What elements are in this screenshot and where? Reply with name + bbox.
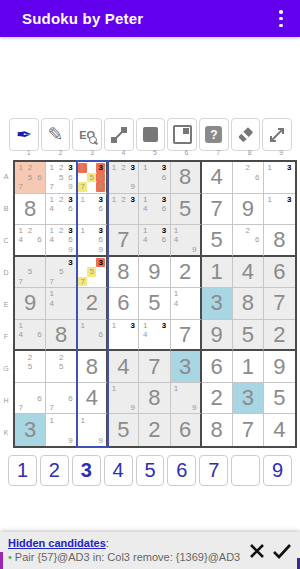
- kebab-menu-icon[interactable]: [272, 8, 290, 29]
- cell-F8[interactable]: 5: [233, 320, 264, 352]
- numpad-empty[interactable]: [231, 455, 260, 486]
- pencil-mark: 3: [284, 195, 294, 205]
- digit: 7: [171, 320, 200, 350]
- pencil-mark: 4: [172, 299, 181, 309]
- check-candidates-button[interactable]: EQ: [72, 118, 102, 151]
- pencil-marks: 13: [109, 321, 137, 349]
- eraser-tool-button[interactable]: [231, 118, 261, 151]
- pencil-mark: 5: [87, 173, 96, 183]
- pencil-mark: 1: [109, 195, 118, 205]
- pencil-mark: 3: [128, 321, 137, 330]
- cell-F2[interactable]: 8: [46, 320, 77, 352]
- hint-tool-button[interactable]: ?: [199, 118, 229, 151]
- cell-C4[interactable]: 7: [108, 225, 139, 257]
- cell-C5[interactable]: 1346: [139, 225, 170, 257]
- digit: 8: [233, 288, 263, 319]
- pencil-mark: 9: [66, 244, 75, 253]
- cell-G2[interactable]: 25: [46, 351, 77, 383]
- col-label-6: 6: [171, 149, 203, 156]
- pencil-mark: 5: [56, 267, 65, 277]
- row-label-G: G: [0, 352, 12, 384]
- pencil-mark: 9: [66, 182, 75, 192]
- cell-B7[interactable]: 7: [202, 194, 233, 226]
- numpad-6[interactable]: 6: [167, 455, 196, 486]
- row-label-D: D: [0, 256, 12, 288]
- cell-D3[interactable]: 357: [77, 257, 108, 289]
- cell-K9[interactable]: 4: [264, 414, 295, 446]
- pencil-mark: 4: [47, 299, 56, 309]
- pencil-mark: 1: [172, 289, 181, 299]
- pencil-mark: 6: [159, 173, 168, 183]
- cell-E5[interactable]: 5: [139, 288, 170, 320]
- title-bar: Sudoku by Peter: [0, 0, 300, 37]
- fountain-pen-icon: ✒: [16, 125, 32, 144]
- pencil-mark: 9: [96, 435, 105, 445]
- numpad-2[interactable]: 2: [40, 455, 69, 486]
- pencil-mark: 1: [109, 321, 118, 330]
- cell-K1[interactable]: 3: [15, 414, 46, 446]
- cell-A3[interactable]: 135679: [77, 162, 108, 194]
- pencil-mark: 3: [66, 258, 75, 268]
- pencil-mark: 1: [47, 226, 56, 235]
- pencil-marks: 16: [78, 321, 105, 349]
- column-labels: 123456789: [13, 149, 297, 156]
- cell-C3[interactable]: 1369: [77, 225, 108, 257]
- digit: 6: [202, 351, 232, 382]
- row-labels: ABCDEFGHK: [0, 160, 12, 448]
- digit: 7: [202, 194, 232, 225]
- pencil-mark: 4: [47, 204, 56, 214]
- pencil-marks: 357: [47, 258, 75, 287]
- digit: 2: [77, 288, 106, 319]
- cell-F6[interactable]: 7: [171, 320, 202, 352]
- cell-G4[interactable]: 4: [108, 351, 139, 383]
- pencil-marks: 67: [16, 384, 44, 413]
- pencil-mark: 6: [96, 235, 105, 244]
- pencil-mark: 3: [128, 195, 137, 205]
- pencil-marks: 123: [109, 195, 137, 224]
- cell-H1[interactable]: 67: [15, 383, 46, 415]
- digit: 8: [108, 257, 138, 288]
- pencil-mark: 2: [56, 195, 65, 205]
- pencil-mark: 4: [140, 204, 149, 214]
- pencil-mark: 1: [172, 226, 181, 235]
- col-label-3: 3: [76, 149, 108, 156]
- cell-E8[interactable]: 8: [233, 288, 264, 320]
- pencil-mark: 1: [78, 226, 87, 235]
- cell-D9[interactable]: 6: [264, 257, 295, 289]
- pencil-mark: 4: [172, 235, 181, 244]
- pencil-mark: 1: [16, 321, 25, 330]
- cell-G6[interactable]: 3: [171, 351, 202, 383]
- cell-H9[interactable]: 5: [264, 383, 295, 415]
- cell-A9[interactable]: 13: [264, 162, 295, 194]
- cell-F1[interactable]: 146: [15, 320, 46, 352]
- pencil-mark: 3: [128, 163, 137, 173]
- cell-H2[interactable]: 67: [46, 383, 77, 415]
- pencil-marks: 14: [47, 289, 75, 318]
- pencil-mark: 6: [253, 173, 262, 183]
- cell-K8[interactable]: 7: [233, 414, 264, 446]
- hint-bullet: •: [8, 551, 12, 563]
- digit: 4: [108, 351, 138, 382]
- eq-magnifier-icon: EQ: [79, 129, 95, 141]
- pencil-mark: 3: [159, 226, 168, 235]
- filled-square-icon: [143, 127, 158, 142]
- pencil-mark: 2: [243, 163, 252, 173]
- digit: 6: [171, 414, 200, 446]
- pencil-mark: 2: [25, 163, 34, 173]
- cell-H4[interactable]: 19: [108, 383, 139, 415]
- pencil-marks: 12346: [47, 195, 75, 224]
- hint-colon: :: [106, 537, 109, 549]
- pencil-mark: 7: [16, 277, 25, 287]
- pencil-mark: 1: [78, 195, 87, 205]
- cell-C7[interactable]: 5: [202, 225, 233, 257]
- pencil-mark: 6: [66, 204, 75, 214]
- eraser-icon: [236, 125, 255, 144]
- digit: 9: [15, 288, 45, 319]
- pencil-mark: 7: [47, 277, 56, 287]
- cell-A6[interactable]: 8: [171, 162, 202, 194]
- col-label-9: 9: [265, 149, 297, 156]
- pencil-mark: 7: [78, 277, 87, 287]
- pencil-mark: 2: [243, 226, 252, 235]
- cell-A8[interactable]: 26: [233, 162, 264, 194]
- cell-K3[interactable]: 19: [77, 414, 108, 446]
- digit: 8: [77, 351, 106, 382]
- pencil-mark: 6: [35, 235, 44, 244]
- hint-message: Pair {57}@AD3 in: Col3 remove: {1369}@AD…: [15, 551, 240, 563]
- cell-B4[interactable]: 123: [108, 194, 139, 226]
- digit: 8: [139, 383, 169, 414]
- cell-H8[interactable]: 3: [233, 383, 264, 415]
- cell-H7[interactable]: 2: [202, 383, 233, 415]
- cell-H5[interactable]: 8: [139, 383, 170, 415]
- pencil-mark: 3: [159, 195, 168, 205]
- pencil-marks: 135679: [78, 163, 105, 192]
- pencil-tool-button[interactable]: ✎: [41, 118, 71, 151]
- pen-tool-button[interactable]: ✒: [9, 118, 39, 151]
- cell-G3[interactable]: 8: [77, 351, 108, 383]
- numpad-9[interactable]: 9: [263, 455, 292, 486]
- numpad-3[interactable]: 3: [72, 455, 101, 486]
- check-icon[interactable]: [270, 540, 294, 562]
- pencil-mark: 2: [56, 352, 65, 362]
- digit: 9: [202, 320, 232, 350]
- pencil-marks: 25: [47, 352, 75, 381]
- cell-B5[interactable]: 1346: [139, 194, 170, 226]
- cell-K4[interactable]: 5: [108, 414, 139, 446]
- pencil-mark: 4: [16, 330, 25, 339]
- toolbar: ✒ ✎ EQ ?: [9, 118, 292, 151]
- cell-E9[interactable]: 7: [264, 288, 295, 320]
- digit: 5: [233, 320, 263, 350]
- fullscreen-button[interactable]: [262, 118, 292, 151]
- digit: 8: [171, 162, 200, 193]
- digit: 8: [15, 194, 45, 225]
- cell-B8[interactable]: 9: [233, 194, 264, 226]
- cell-F5[interactable]: 134: [139, 320, 170, 352]
- pencil-mark: 3: [96, 258, 105, 268]
- digit: 4: [202, 162, 232, 193]
- pencil-mark: 1: [78, 415, 87, 425]
- row-label-H: H: [0, 384, 12, 416]
- pencil-icon: ✎: [48, 125, 64, 144]
- cell-A7[interactable]: 4: [202, 162, 233, 194]
- pencil-mark: 9: [190, 244, 199, 253]
- cell-F9[interactable]: 2: [264, 320, 295, 352]
- cell-D5[interactable]: 9: [139, 257, 170, 289]
- pencil-mark: 6: [35, 173, 44, 183]
- pencil-mark: 1: [47, 289, 56, 299]
- digit: 2: [171, 257, 200, 288]
- pencil-mark: 7: [47, 403, 56, 413]
- cell-H3[interactable]: 4: [77, 383, 108, 415]
- pencil-mark: 1: [140, 321, 149, 330]
- cell-B3[interactable]: 136: [77, 194, 108, 226]
- pencil-mark: 9: [66, 435, 75, 445]
- pencil-mark: 3: [284, 163, 294, 173]
- pencil-marks: 25: [16, 352, 44, 381]
- cell-E6[interactable]: 14: [171, 288, 202, 320]
- col-label-8: 8: [234, 149, 266, 156]
- digit: 5: [108, 414, 138, 446]
- cell-D6[interactable]: 2: [171, 257, 202, 289]
- cell-K5[interactable]: 2: [139, 414, 170, 446]
- numpad-7[interactable]: 7: [199, 455, 228, 486]
- pencil-marks: 136: [78, 195, 105, 224]
- pencil-mark: 9: [128, 403, 137, 413]
- left-edge-indicator: [0, 552, 3, 569]
- digit: 2: [264, 320, 295, 350]
- pencil-mark: 7: [78, 182, 87, 192]
- col-label-1: 1: [13, 149, 45, 156]
- pencil-mark: 7: [16, 403, 25, 413]
- pencil-mark: 1: [78, 321, 87, 330]
- pencil-mark: 5: [56, 362, 65, 372]
- cell-E1[interactable]: 9: [15, 288, 46, 320]
- digit: 8: [202, 414, 232, 446]
- cell-C1[interactable]: 1246: [15, 225, 46, 257]
- pencil-mark: 3: [66, 163, 75, 173]
- pencil-mark: 7: [47, 182, 56, 192]
- pencil-mark: 7: [16, 182, 25, 192]
- pencil-marks: 357: [78, 258, 105, 287]
- chain-tool-button[interactable]: [104, 118, 134, 151]
- digit: 3: [202, 288, 232, 319]
- pencil-mark: 3: [96, 195, 105, 205]
- cell-G8[interactable]: 1: [233, 351, 264, 383]
- digit: 1: [233, 351, 263, 382]
- pencil-mark: 6: [66, 173, 75, 183]
- digit: 4: [77, 383, 106, 414]
- numpad-4[interactable]: 4: [104, 455, 133, 486]
- pencil-mark: 6: [66, 235, 75, 244]
- link-icon: [110, 126, 128, 144]
- corner-mark-button[interactable]: [167, 118, 197, 151]
- numpad-1[interactable]: 1: [8, 455, 37, 486]
- pencil-mark: 1: [265, 195, 275, 205]
- cell-F7[interactable]: 9: [202, 320, 233, 352]
- cell-E3[interactable]: 2: [77, 288, 108, 320]
- pencil-marks: 1346: [140, 226, 168, 254]
- digit: 3: [15, 414, 45, 446]
- cell-C9[interactable]: 8: [264, 225, 295, 257]
- digit: 4: [264, 414, 295, 446]
- cell-B2[interactable]: 12346: [46, 194, 77, 226]
- pencil-mark: 5: [25, 173, 34, 183]
- pencil-mark: 1: [47, 195, 56, 205]
- pencil-mark: 2: [56, 226, 65, 235]
- cell-H6[interactable]: 19: [171, 383, 202, 415]
- pencil-marks: 136: [140, 163, 168, 192]
- row-label-K: K: [0, 416, 12, 448]
- cell-K7[interactable]: 8: [202, 414, 233, 446]
- pencil-mark: 9: [96, 182, 105, 192]
- pencil-mark: 2: [119, 163, 128, 173]
- pencil-marks: 149: [172, 226, 199, 254]
- digit: 6: [108, 288, 138, 319]
- cell-D2[interactable]: 357: [46, 257, 77, 289]
- pencil-mark: 2: [25, 226, 34, 235]
- pencil-mark: 6: [35, 330, 44, 339]
- digit: 5: [264, 383, 295, 414]
- right-edge-indicator: [297, 558, 300, 569]
- pencil-mark: 6: [159, 204, 168, 214]
- hint-actions: [246, 540, 294, 562]
- row-label-C: C: [0, 224, 12, 256]
- cell-C6[interactable]: 149: [171, 225, 202, 257]
- cell-D1[interactable]: 57: [15, 257, 46, 289]
- pencil-mark: 2: [25, 352, 34, 362]
- pencil-marks: 134: [140, 321, 168, 349]
- pencil-mark: 9: [128, 182, 137, 192]
- cell-B6[interactable]: 5: [171, 194, 202, 226]
- digit: 1: [202, 257, 232, 288]
- hint-title-link[interactable]: Hidden candidates: [8, 537, 106, 549]
- col-label-7: 7: [202, 149, 234, 156]
- cell-E7[interactable]: 3: [202, 288, 233, 320]
- cell-C8[interactable]: 26: [233, 225, 264, 257]
- cell-A5[interactable]: 136: [139, 162, 170, 194]
- pencil-marks: 1246: [16, 226, 44, 254]
- pencil-mark: 2: [56, 163, 65, 173]
- col-label-2: 2: [45, 149, 77, 156]
- pencil-mark: 6: [96, 204, 105, 214]
- pencil-mark: 9: [190, 403, 199, 413]
- pencil-mark: 1: [47, 163, 56, 173]
- cell-K2[interactable]: 19: [46, 414, 77, 446]
- cell-B9[interactable]: 13: [264, 194, 295, 226]
- question-icon: ?: [205, 126, 222, 143]
- pencil-marks: 1346: [140, 195, 168, 224]
- digit: 7: [233, 414, 263, 446]
- pencil-mark: 1: [265, 163, 275, 173]
- digit: 7: [264, 288, 295, 319]
- digit: 3: [233, 383, 263, 414]
- digit: 9: [264, 351, 295, 382]
- pencil-mark: 1: [16, 226, 25, 235]
- digit: 8: [264, 225, 295, 255]
- pencil-mark: 3: [66, 226, 75, 235]
- cell-G5[interactable]: 7: [139, 351, 170, 383]
- corner-square-icon: [173, 125, 192, 144]
- row-label-F: F: [0, 320, 12, 352]
- cell-A1[interactable]: 12567: [15, 162, 46, 194]
- expand-arrows-icon: [268, 126, 286, 144]
- pencil-mark: 1: [140, 226, 149, 235]
- pencil-marks: 1369: [78, 226, 105, 254]
- x-icon[interactable]: [246, 540, 268, 562]
- pencil-marks: 13: [265, 163, 294, 192]
- digit: 3: [171, 351, 200, 382]
- numpad-5[interactable]: 5: [136, 455, 165, 486]
- digit: 9: [233, 194, 263, 225]
- cell-E4[interactable]: 6: [108, 288, 139, 320]
- pencil-mark: 6: [35, 393, 44, 403]
- cell-G9[interactable]: 9: [264, 351, 295, 383]
- pencil-marks: 67: [47, 384, 75, 413]
- cell-A4[interactable]: 1239: [108, 162, 139, 194]
- pencil-mark: 3: [96, 226, 105, 235]
- pencil-marks: 13: [265, 195, 294, 224]
- cell-F4[interactable]: 13: [108, 320, 139, 352]
- digit: 9: [139, 257, 169, 288]
- pencil-marks: 123469: [47, 226, 75, 254]
- cell-D7[interactable]: 1: [202, 257, 233, 289]
- pencil-mark: 5: [56, 173, 65, 183]
- pencil-mark: 6: [96, 173, 105, 183]
- row-label-E: E: [0, 288, 12, 320]
- pencil-marks: 146: [16, 321, 44, 349]
- pencil-mark: 3: [96, 163, 105, 173]
- pencil-mark: 6: [96, 330, 105, 339]
- digit: 6: [264, 257, 295, 288]
- cell-C2[interactable]: 123469: [46, 225, 77, 257]
- number-pad: 12345679: [8, 455, 292, 486]
- digit: 4: [233, 257, 263, 288]
- cell-B1[interactable]: 8: [15, 194, 46, 226]
- digit: 7: [139, 351, 169, 382]
- pencil-mark: 1: [172, 384, 181, 394]
- digit: 7: [108, 225, 138, 255]
- pencil-marks: 1239: [109, 163, 137, 192]
- cell-D4[interactable]: 8: [108, 257, 139, 289]
- digit: 2: [202, 383, 232, 414]
- cell-G1[interactable]: 25: [15, 351, 46, 383]
- cell-G7[interactable]: 6: [202, 351, 233, 383]
- col-label-4: 4: [108, 149, 140, 156]
- hint-panel: Hidden candidates: •Pair {57}@AD3 in: Co…: [0, 532, 300, 569]
- pencil-mark: 1: [109, 384, 118, 394]
- cell-A2[interactable]: 1235679: [46, 162, 77, 194]
- fill-cell-button[interactable]: [136, 118, 166, 151]
- pencil-marks: 57: [16, 258, 44, 287]
- cell-E2[interactable]: 14: [46, 288, 77, 320]
- pencil-mark: 5: [25, 267, 34, 277]
- app-title: Sudoku by Peter: [22, 10, 143, 27]
- cell-K6[interactable]: 6: [171, 414, 202, 446]
- pencil-marks: 19: [109, 384, 137, 413]
- pencil-mark: 1: [47, 415, 56, 425]
- pencil-mark: 6: [159, 235, 168, 244]
- pencil-mark: 1: [140, 163, 149, 173]
- pencil-marks: 14: [172, 289, 199, 318]
- sudoku-grid: 1256712356791356791239136842613812346136…: [13, 160, 297, 448]
- cell-F3[interactable]: 16: [77, 320, 108, 352]
- cell-D8[interactable]: 4: [233, 257, 264, 289]
